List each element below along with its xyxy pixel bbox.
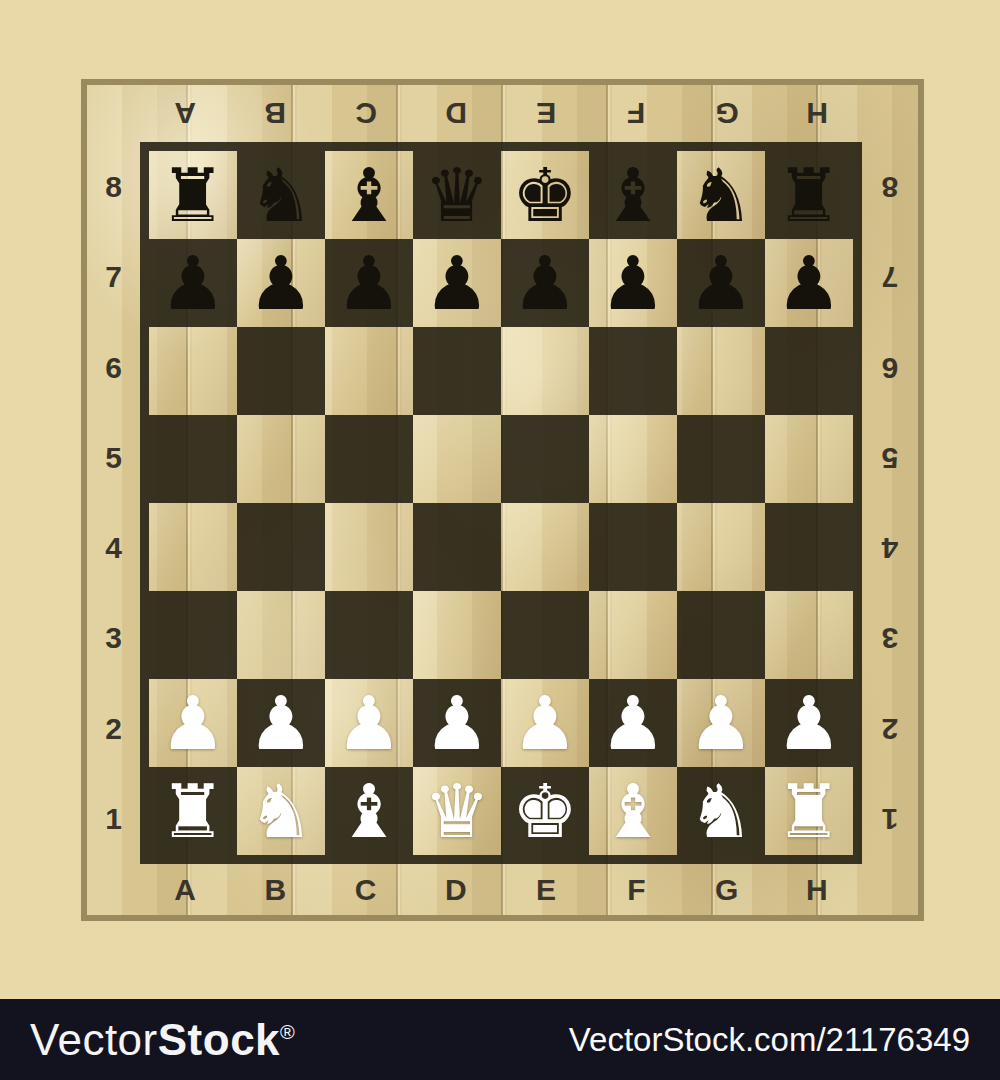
square-b6[interactable]	[237, 327, 325, 415]
square-e8[interactable]: ♚	[501, 151, 589, 239]
rank-label-left-3: 3	[87, 593, 140, 683]
square-f2[interactable]: ♟	[589, 679, 677, 767]
piece-white-pawn: ♟	[336, 686, 402, 760]
square-b5[interactable]	[237, 415, 325, 503]
piece-black-pawn: ♟	[336, 246, 402, 320]
square-c1[interactable]: ♝	[325, 767, 413, 855]
square-g3[interactable]	[677, 591, 765, 679]
file-labels-bottom: ABCDEFGH	[140, 864, 862, 915]
square-g2[interactable]: ♟	[677, 679, 765, 767]
square-b4[interactable]	[237, 503, 325, 591]
square-h1[interactable]: ♜	[765, 767, 853, 855]
file-labels-top: ABCDEFGH	[140, 85, 862, 142]
piece-white-knight: ♞	[688, 774, 754, 848]
piece-white-pawn: ♟	[160, 686, 226, 760]
vectorstock-logo: VectorStock®	[30, 1015, 295, 1065]
piece-white-pawn: ♟	[776, 686, 842, 760]
piece-black-king: ♚	[512, 158, 578, 232]
square-e2[interactable]: ♟	[501, 679, 589, 767]
rank-label-left-7: 7	[87, 232, 140, 322]
square-c2[interactable]: ♟	[325, 679, 413, 767]
file-label-top-e: E	[501, 85, 591, 142]
piece-black-knight: ♞	[688, 158, 754, 232]
piece-black-pawn: ♟	[424, 246, 490, 320]
piece-black-pawn: ♟	[600, 246, 666, 320]
square-d5[interactable]	[413, 415, 501, 503]
file-label-bottom-h: H	[772, 864, 862, 915]
square-d8[interactable]: ♛	[413, 151, 501, 239]
square-g5[interactable]	[677, 415, 765, 503]
piece-black-pawn: ♟	[776, 246, 842, 320]
square-f4[interactable]	[589, 503, 677, 591]
piece-black-rook: ♜	[776, 158, 842, 232]
square-h8[interactable]: ♜	[765, 151, 853, 239]
square-h2[interactable]: ♟	[765, 679, 853, 767]
file-label-top-d: D	[411, 85, 501, 142]
square-c7[interactable]: ♟	[325, 239, 413, 327]
square-b8[interactable]: ♞	[237, 151, 325, 239]
square-b2[interactable]: ♟	[237, 679, 325, 767]
square-g4[interactable]	[677, 503, 765, 591]
piece-black-rook: ♜	[160, 158, 226, 232]
rank-label-right-8: 8	[862, 142, 918, 232]
piece-black-pawn: ♟	[688, 246, 754, 320]
square-f3[interactable]	[589, 591, 677, 679]
piece-black-bishop: ♝	[600, 158, 666, 232]
square-c5[interactable]	[325, 415, 413, 503]
square-f8[interactable]: ♝	[589, 151, 677, 239]
file-label-top-h: H	[772, 85, 862, 142]
file-label-top-b: B	[230, 85, 320, 142]
square-c4[interactable]	[325, 503, 413, 591]
watermark-bar: VectorStock® VectorStock.com/21176349	[0, 999, 1000, 1080]
square-f6[interactable]	[589, 327, 677, 415]
square-a3[interactable]	[149, 591, 237, 679]
piece-white-pawn: ♟	[600, 686, 666, 760]
rank-label-right-6: 6	[862, 323, 918, 413]
rank-label-right-1: 1	[862, 774, 918, 864]
square-a5[interactable]	[149, 415, 237, 503]
piece-white-king: ♚	[512, 774, 578, 848]
square-g6[interactable]	[677, 327, 765, 415]
square-e1[interactable]: ♚	[501, 767, 589, 855]
registered-mark: ®	[280, 1021, 295, 1043]
file-label-bottom-c: C	[321, 864, 411, 915]
piece-white-pawn: ♟	[688, 686, 754, 760]
square-d2[interactable]: ♟	[413, 679, 501, 767]
square-e5[interactable]	[501, 415, 589, 503]
square-a2[interactable]: ♟	[149, 679, 237, 767]
file-label-top-c: C	[321, 85, 411, 142]
piece-white-pawn: ♟	[512, 686, 578, 760]
square-d7[interactable]: ♟	[413, 239, 501, 327]
rank-label-right-5: 5	[862, 413, 918, 503]
rank-label-left-8: 8	[87, 142, 140, 232]
square-e7[interactable]: ♟	[501, 239, 589, 327]
square-g1[interactable]: ♞	[677, 767, 765, 855]
square-b7[interactable]: ♟	[237, 239, 325, 327]
file-label-bottom-a: A	[140, 864, 230, 915]
square-d6[interactable]	[413, 327, 501, 415]
square-d3[interactable]	[413, 591, 501, 679]
square-a8[interactable]: ♜	[149, 151, 237, 239]
board-grid: ♜♞♝♛♚♝♞♜♟♟♟♟♟♟♟♟♟♟♟♟♟♟♟♟♜♞♝♛♚♝♞♜	[140, 142, 862, 864]
rank-label-left-4: 4	[87, 503, 140, 593]
file-label-top-a: A	[140, 85, 230, 142]
logo-bold: Stock	[158, 1015, 280, 1064]
chess-board: ABCDEFGH 87654321 87654321 ABCDEFGH ♜♞♝♛…	[81, 79, 924, 921]
square-h3[interactable]	[765, 591, 853, 679]
rank-label-right-7: 7	[862, 232, 918, 322]
rank-label-right-3: 3	[862, 593, 918, 683]
rank-label-right-4: 4	[862, 503, 918, 593]
square-e4[interactable]	[501, 503, 589, 591]
file-label-bottom-b: B	[230, 864, 320, 915]
piece-white-bishop: ♝	[600, 774, 666, 848]
square-c3[interactable]	[325, 591, 413, 679]
logo-regular: Vector	[30, 1015, 158, 1064]
square-f7[interactable]: ♟	[589, 239, 677, 327]
rank-label-left-1: 1	[87, 774, 140, 864]
square-a7[interactable]: ♟	[149, 239, 237, 327]
piece-black-bishop: ♝	[336, 158, 402, 232]
square-h7[interactable]: ♟	[765, 239, 853, 327]
piece-white-bishop: ♝	[336, 774, 402, 848]
square-b1[interactable]: ♞	[237, 767, 325, 855]
square-g7[interactable]: ♟	[677, 239, 765, 327]
piece-white-pawn: ♟	[424, 686, 490, 760]
square-h4[interactable]	[765, 503, 853, 591]
rank-labels-left: 87654321	[87, 142, 140, 864]
square-c6[interactable]	[325, 327, 413, 415]
watermark-attribution: VectorStock.com/21176349	[569, 1021, 970, 1059]
square-d1[interactable]: ♛	[413, 767, 501, 855]
piece-white-rook: ♜	[160, 774, 226, 848]
piece-black-pawn: ♟	[512, 246, 578, 320]
file-label-bottom-f: F	[591, 864, 681, 915]
square-a4[interactable]	[149, 503, 237, 591]
square-g8[interactable]: ♞	[677, 151, 765, 239]
piece-white-knight: ♞	[248, 774, 314, 848]
piece-white-pawn: ♟	[248, 686, 314, 760]
rank-labels-right: 87654321	[862, 142, 918, 864]
file-label-bottom-e: E	[501, 864, 591, 915]
square-c8[interactable]: ♝	[325, 151, 413, 239]
piece-black-knight: ♞	[248, 158, 314, 232]
rank-label-left-2: 2	[87, 684, 140, 774]
file-label-top-g: G	[682, 85, 772, 142]
rank-label-right-2: 2	[862, 684, 918, 774]
square-h6[interactable]	[765, 327, 853, 415]
piece-black-pawn: ♟	[248, 246, 314, 320]
square-d4[interactable]	[413, 503, 501, 591]
square-h5[interactable]	[765, 415, 853, 503]
piece-white-queen: ♛	[424, 774, 490, 848]
rank-label-left-6: 6	[87, 323, 140, 413]
square-b3[interactable]	[237, 591, 325, 679]
square-a1[interactable]: ♜	[149, 767, 237, 855]
square-a6[interactable]	[149, 327, 237, 415]
piece-black-queen: ♛	[424, 158, 490, 232]
piece-black-pawn: ♟	[160, 246, 226, 320]
file-label-top-f: F	[591, 85, 681, 142]
square-f1[interactable]: ♝	[589, 767, 677, 855]
piece-white-rook: ♜	[776, 774, 842, 848]
file-label-bottom-d: D	[411, 864, 501, 915]
square-f5[interactable]	[589, 415, 677, 503]
file-label-bottom-g: G	[682, 864, 772, 915]
square-e6[interactable]	[501, 327, 589, 415]
square-e3[interactable]	[501, 591, 589, 679]
rank-label-left-5: 5	[87, 413, 140, 503]
